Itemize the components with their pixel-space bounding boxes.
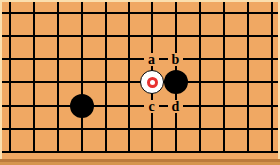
go-board-diagram: abcd (0, 0, 280, 165)
grid-line-vertical-col4 (81, 2, 83, 153)
board-highlight-right-edge (278, 0, 280, 165)
grid-line-horizontal-row6 (2, 128, 278, 130)
grid-line-vertical-col2 (33, 2, 35, 153)
grid-line-horizontal-row3 (2, 58, 278, 60)
grid-line-vertical-col5 (105, 2, 107, 153)
point-label-d[interactable]: d (168, 100, 183, 113)
board-highlight-top-edge (0, 0, 280, 2)
grid-line-board-bottom-edge (2, 151, 278, 153)
grid-line-horizontal-row1 (2, 12, 278, 14)
white-stone-marked-circle[interactable] (140, 70, 164, 94)
grid-line-horizontal-row2 (2, 35, 278, 37)
circle-marker-icon (147, 77, 158, 88)
grid-line-vertical-col12 (271, 2, 273, 153)
grid-line-vertical-col10 (223, 2, 225, 153)
board-shadow-mid-strip (0, 162, 280, 165)
grid-line-vertical-col11 (247, 2, 249, 153)
grid-line-vertical-col1 (9, 2, 11, 153)
point-label-c[interactable]: c (144, 100, 159, 113)
point-label-b[interactable]: b (168, 53, 183, 66)
black-stone[interactable] (70, 94, 94, 118)
grid-line-horizontal-row5 (2, 105, 278, 107)
point-label-a[interactable]: a (144, 53, 159, 66)
grid-line-vertical-col9 (199, 2, 201, 153)
grid-line-vertical-col3 (57, 2, 59, 153)
black-stone[interactable] (164, 70, 188, 94)
grid-line-vertical-col6 (128, 2, 130, 153)
